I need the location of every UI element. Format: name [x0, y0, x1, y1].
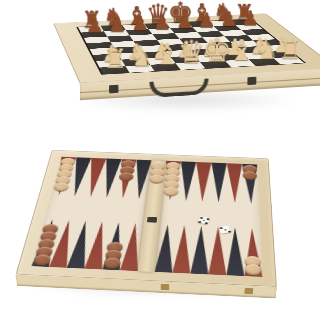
checker-brown: [41, 224, 59, 235]
checker-light: [245, 264, 262, 276]
backgammon-case: [16, 150, 277, 287]
checker-brown: [37, 239, 55, 250]
backgammon-point-20: [178, 161, 196, 201]
backgammon-case-position: [28, 104, 278, 319]
checker-light: [149, 175, 164, 184]
checker-light: [163, 187, 179, 196]
checker-brown: [35, 246, 54, 257]
point-row: [31, 219, 144, 271]
checker-brown: [106, 242, 124, 253]
point-row: [154, 224, 262, 277]
checker-brown: [32, 254, 51, 265]
chess-case: ♜♞♝♛♚♝♞♜♟♟♟♟♟♟♟♟♟♟♟♟♟♟♟♟♜♞♝♛♚♝♞♜: [53, 14, 320, 83]
backgammon-point-8: [102, 222, 127, 270]
chess-carry-handle: [149, 79, 208, 98]
product-photo: ♜♞♝♛♚♝♞♜♟♟♟♟♟♟♟♟♟♟♟♟♟♟♟♟♜♞♝♛♚♝♞♜: [0, 0, 320, 320]
backgammon-point-3: [208, 226, 226, 275]
checker-brown: [103, 257, 121, 269]
checker-brown: [105, 249, 123, 260]
chess-clasp-left: [109, 85, 119, 94]
backgammon-clasp: [161, 284, 169, 291]
hinge-icon: [147, 217, 157, 223]
chess-clasp-right: [247, 77, 256, 85]
backgammon-point-22: [210, 163, 226, 203]
checker-light: [245, 256, 262, 268]
backgammon-point-23: [227, 163, 243, 203]
backgammon-clasp: [244, 288, 253, 295]
backgammon-point-21: [194, 162, 211, 202]
